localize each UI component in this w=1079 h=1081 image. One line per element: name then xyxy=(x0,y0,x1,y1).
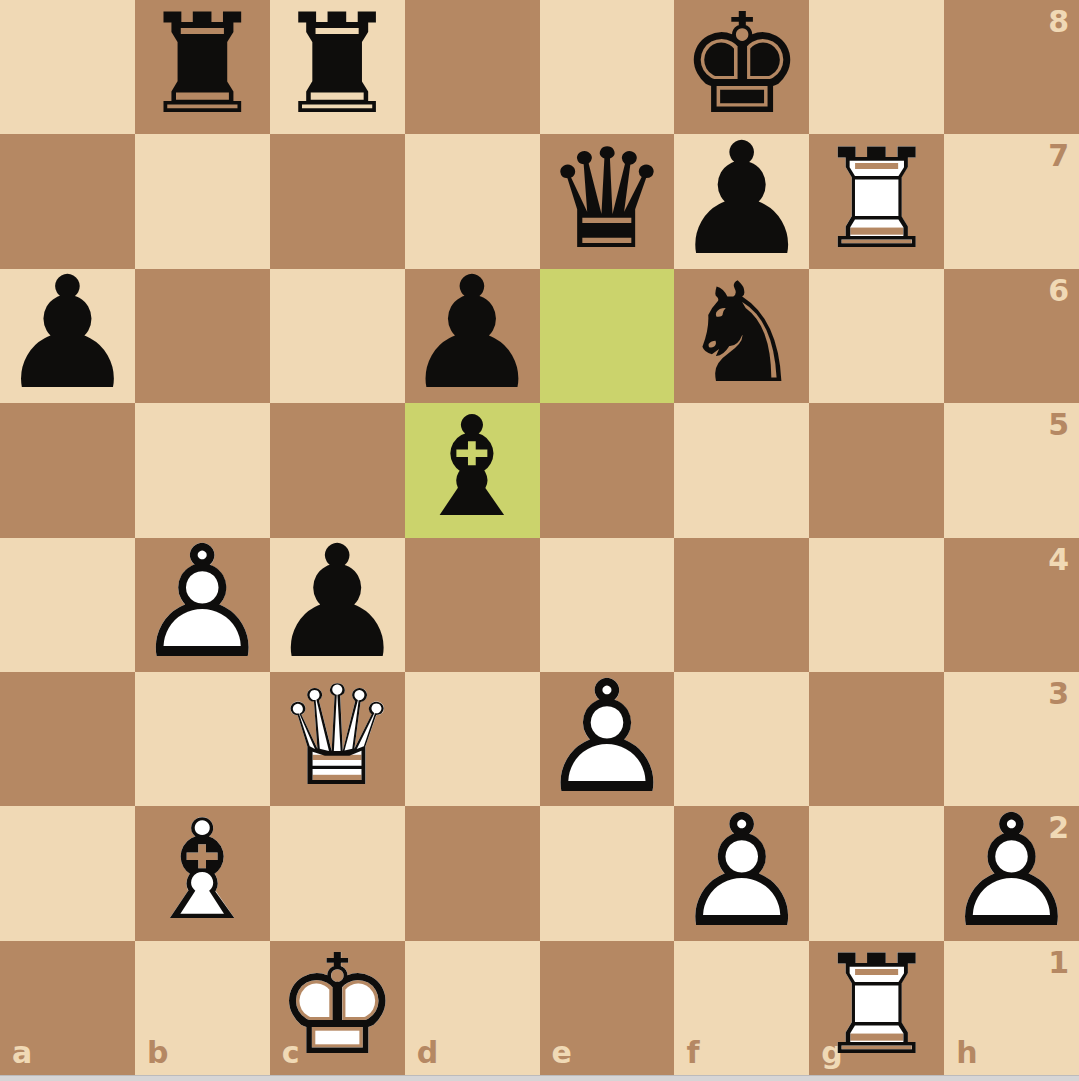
piece-black-queen[interactable]: ♛ xyxy=(540,134,675,268)
white-pawn-outline-icon: ♙ xyxy=(944,804,1079,938)
piece-white-rook[interactable]: ♜♖ xyxy=(809,134,944,268)
square-b4[interactable]: ♟♙ xyxy=(135,538,270,672)
piece-white-rook[interactable]: ♜♖ xyxy=(809,941,944,1075)
rank-label-3: 3 xyxy=(1048,679,1069,709)
white-pawn-outline-icon: ♙ xyxy=(674,804,809,938)
square-e3[interactable]: ♟♙ xyxy=(540,672,675,806)
square-b1[interactable]: b xyxy=(135,941,270,1075)
black-pawn-icon: ♟ xyxy=(0,267,135,401)
square-e7[interactable]: ♛ xyxy=(540,134,675,268)
square-d3[interactable] xyxy=(405,672,540,806)
square-e1[interactable]: e xyxy=(540,941,675,1075)
square-g7[interactable]: ♜♖ xyxy=(809,134,944,268)
square-e6[interactable] xyxy=(540,269,675,403)
square-c2[interactable] xyxy=(270,806,405,940)
square-a2[interactable] xyxy=(0,806,135,940)
square-f7[interactable]: ♟ xyxy=(674,134,809,268)
rank-label-5: 5 xyxy=(1048,410,1069,440)
chess-app: ♜♜♚8♛♟♜♖7♟♟♞6♝5♟♙♟4♛♕♟♙3♝♗♟♙2♟♙abc♚♔defg… xyxy=(0,0,1079,1081)
black-pawn-icon: ♟ xyxy=(674,132,809,266)
square-h7[interactable]: 7 xyxy=(944,134,1079,268)
square-g1[interactable]: g♜♖ xyxy=(809,941,944,1075)
square-c7[interactable] xyxy=(270,134,405,268)
square-a1[interactable]: a xyxy=(0,941,135,1075)
file-label-e: e xyxy=(552,1038,572,1068)
square-c4[interactable]: ♟ xyxy=(270,538,405,672)
chess-board: ♜♜♚8♛♟♜♖7♟♟♞6♝5♟♙♟4♛♕♟♙3♝♗♟♙2♟♙abc♚♔defg… xyxy=(0,0,1079,1075)
square-g3[interactable] xyxy=(809,672,944,806)
white-king-outline-icon: ♔ xyxy=(270,939,405,1073)
square-e8[interactable] xyxy=(540,0,675,134)
square-g2[interactable] xyxy=(809,806,944,940)
rank-label-7: 7 xyxy=(1048,141,1069,171)
square-c8[interactable]: ♜ xyxy=(270,0,405,134)
white-bishop-outline-icon: ♗ xyxy=(135,804,270,938)
file-label-h: h xyxy=(956,1038,977,1068)
piece-black-pawn[interactable]: ♟ xyxy=(0,269,135,403)
square-g4[interactable] xyxy=(809,538,944,672)
piece-black-pawn[interactable]: ♟ xyxy=(674,134,809,268)
square-f2[interactable]: ♟♙ xyxy=(674,806,809,940)
square-g8[interactable] xyxy=(809,0,944,134)
square-b6[interactable] xyxy=(135,269,270,403)
rank-label-4: 4 xyxy=(1048,545,1069,575)
square-d8[interactable] xyxy=(405,0,540,134)
square-a3[interactable] xyxy=(0,672,135,806)
piece-white-pawn[interactable]: ♟♙ xyxy=(135,538,270,672)
piece-white-pawn[interactable]: ♟♙ xyxy=(540,672,675,806)
black-rook-icon: ♜ xyxy=(135,0,270,132)
white-pawn-outline-icon: ♙ xyxy=(135,536,270,670)
file-label-b: b xyxy=(147,1038,168,1068)
square-a8[interactable] xyxy=(0,0,135,134)
piece-black-rook[interactable]: ♜ xyxy=(135,0,270,134)
piece-white-pawn[interactable]: ♟♙ xyxy=(674,806,809,940)
black-bishop-icon: ♝ xyxy=(405,401,540,535)
square-c3[interactable]: ♛♕ xyxy=(270,672,405,806)
square-a4[interactable] xyxy=(0,538,135,672)
square-b7[interactable] xyxy=(135,134,270,268)
square-g5[interactable] xyxy=(809,403,944,537)
square-d6[interactable]: ♟ xyxy=(405,269,540,403)
piece-white-king[interactable]: ♚♔ xyxy=(270,941,405,1075)
white-queen-outline-icon: ♕ xyxy=(270,670,405,804)
piece-black-rook[interactable]: ♜ xyxy=(270,0,405,134)
square-d2[interactable] xyxy=(405,806,540,940)
square-d5[interactable]: ♝ xyxy=(405,403,540,537)
square-h2[interactable]: 2♟♙ xyxy=(944,806,1079,940)
square-h8[interactable]: 8 xyxy=(944,0,1079,134)
square-b2[interactable]: ♝♗ xyxy=(135,806,270,940)
piece-black-pawn[interactable]: ♟ xyxy=(405,269,540,403)
square-d1[interactable]: d xyxy=(405,941,540,1075)
rank-label-6: 6 xyxy=(1048,276,1069,306)
square-c1[interactable]: c♚♔ xyxy=(270,941,405,1075)
square-b8[interactable]: ♜ xyxy=(135,0,270,134)
white-rook-outline-icon: ♖ xyxy=(809,132,944,266)
black-rook-icon: ♜ xyxy=(270,0,405,132)
square-c6[interactable] xyxy=(270,269,405,403)
square-h5[interactable]: 5 xyxy=(944,403,1079,537)
square-h6[interactable]: 6 xyxy=(944,269,1079,403)
square-g6[interactable] xyxy=(809,269,944,403)
piece-white-queen[interactable]: ♛♕ xyxy=(270,672,405,806)
black-queen-icon: ♛ xyxy=(540,132,675,266)
square-f5[interactable] xyxy=(674,403,809,537)
piece-white-pawn[interactable]: ♟♙ xyxy=(944,806,1079,940)
piece-black-knight[interactable]: ♞ xyxy=(674,269,809,403)
white-rook-outline-icon: ♖ xyxy=(809,939,944,1073)
piece-white-bishop[interactable]: ♝♗ xyxy=(135,806,270,940)
square-h4[interactable]: 4 xyxy=(944,538,1079,672)
white-pawn-outline-icon: ♙ xyxy=(540,670,675,804)
black-knight-icon: ♞ xyxy=(674,267,809,401)
file-label-f: f xyxy=(686,1038,699,1068)
black-pawn-icon: ♟ xyxy=(270,536,405,670)
square-d4[interactable] xyxy=(405,538,540,672)
black-pawn-icon: ♟ xyxy=(405,267,540,401)
square-f6[interactable]: ♞ xyxy=(674,269,809,403)
file-label-a: a xyxy=(12,1038,32,1068)
piece-black-pawn[interactable]: ♟ xyxy=(270,538,405,672)
rank-label-8: 8 xyxy=(1048,7,1069,37)
piece-black-bishop[interactable]: ♝ xyxy=(405,403,540,537)
file-label-d: d xyxy=(417,1038,438,1068)
square-f4[interactable] xyxy=(674,538,809,672)
square-e5[interactable] xyxy=(540,403,675,537)
square-a6[interactable]: ♟ xyxy=(0,269,135,403)
